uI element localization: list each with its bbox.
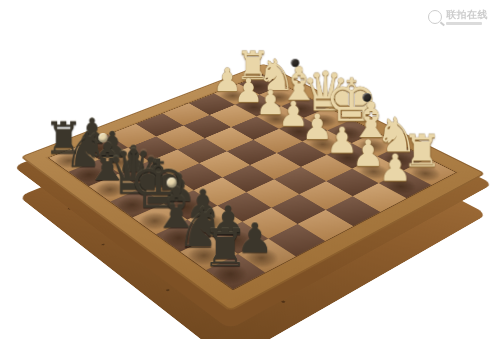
square-h4 bbox=[326, 196, 381, 226]
piece-black-rook: ♜ bbox=[202, 218, 244, 278]
watermark-text-block: 联拍在线 bbox=[446, 9, 488, 25]
piece-white-pawn: ♟ bbox=[376, 147, 413, 189]
watermark-subline bbox=[446, 22, 482, 25]
bishop-finial-ball bbox=[291, 59, 299, 67]
bishop-finial-ball bbox=[167, 178, 177, 188]
bishop-finial-ball bbox=[363, 93, 372, 102]
white-pawn-glyph: ♟ bbox=[378, 150, 411, 187]
chessboard-scene: ♜♞♝♛♚♝♞♜♟♟♟♟♟♟♟♟♟♟♟♟♟♟♟♟♜♞♝♛♚♝♞♜ bbox=[85, 0, 415, 330]
watermark: 联拍在线 bbox=[428, 9, 488, 25]
watermark-text: 联拍在线 bbox=[446, 9, 488, 20]
auction-photo: 联拍在线 ♜♞♝♛♚♝♞♜♟♟♟♟♟♟♟♟♟♟♟♟♟♟♟♟♜♞♝♛♚♝♞♜ bbox=[0, 0, 500, 339]
board-frame: ♜♞♝♛♚♝♞♜♟♟♟♟♟♟♟♟♟♟♟♟♟♟♟♟♜♞♝♛♚♝♞♜ bbox=[20, 64, 486, 312]
watermark-magnifier-icon bbox=[428, 10, 442, 24]
chessboard: ♜♞♝♛♚♝♞♜♟♟♟♟♟♟♟♟♟♟♟♟♟♟♟♟♜♞♝♛♚♝♞♜ bbox=[20, 64, 486, 312]
black-rook-glyph: ♜ bbox=[202, 223, 248, 275]
